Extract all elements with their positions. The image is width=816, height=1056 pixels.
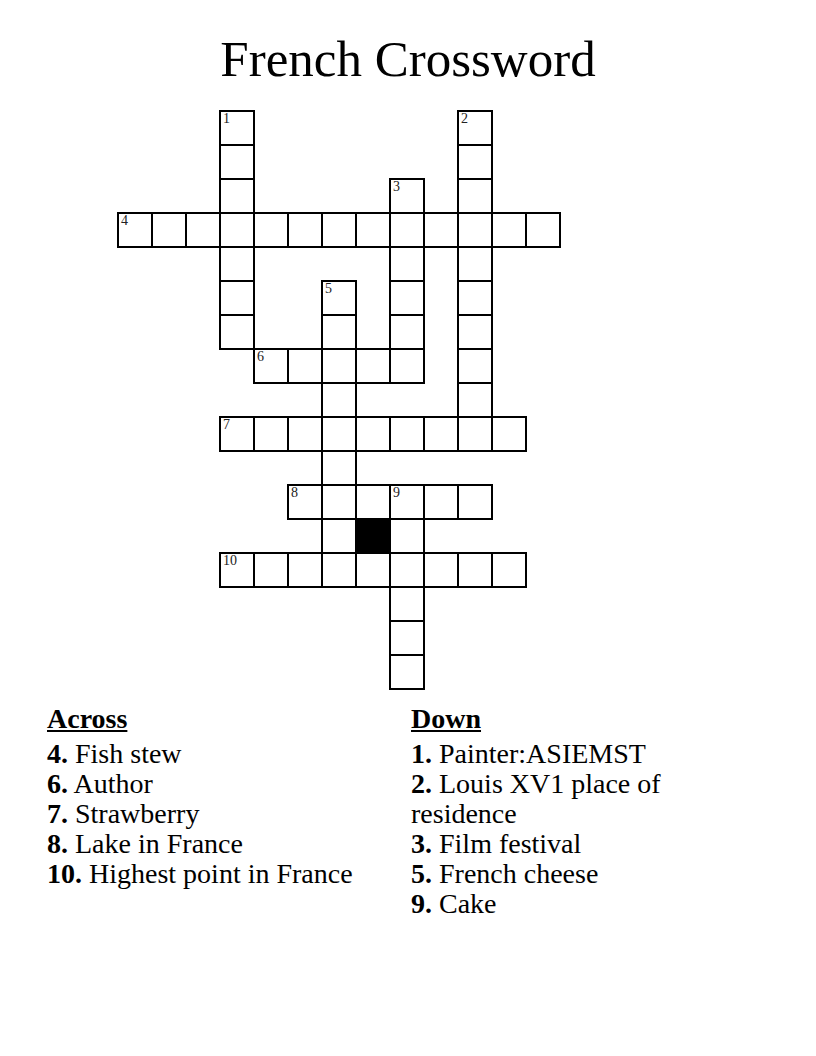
cell-r9c5[interactable] <box>287 416 323 452</box>
cell-r3c8[interactable] <box>389 212 425 248</box>
across-clue-6: 6. Author <box>47 769 399 799</box>
across-clues-section: Across 4. Fish stew6. Author7. Strawberr… <box>47 704 399 889</box>
across-clue-8: 8. Lake in France <box>47 829 399 859</box>
cell-r7c7[interactable] <box>355 348 391 384</box>
across-heading: Across <box>47 704 399 734</box>
cell-r2c3[interactable] <box>219 178 255 214</box>
cell-r9c6[interactable] <box>321 416 357 452</box>
clue-number-3: 3 <box>393 180 400 194</box>
cell-r10c6[interactable] <box>321 450 357 486</box>
cell-r0c10[interactable]: 2 <box>457 110 493 146</box>
clue-number-label: 6. <box>47 768 68 799</box>
black-cell-r12c7 <box>355 518 391 554</box>
cell-r6c6[interactable] <box>321 314 357 350</box>
clue-number-8: 8 <box>291 486 298 500</box>
cell-r16c8[interactable] <box>389 654 425 690</box>
across-clue-10: 10. Highest point in France <box>47 859 399 889</box>
across-clue-7: 7. Strawberry <box>47 799 399 829</box>
cell-r3c2[interactable] <box>185 212 221 248</box>
cell-r4c3[interactable] <box>219 246 255 282</box>
cell-r13c11[interactable] <box>491 552 527 588</box>
cell-r6c10[interactable] <box>457 314 493 350</box>
cell-r3c10[interactable] <box>457 212 493 248</box>
cell-r13c8[interactable] <box>389 552 425 588</box>
cell-r13c9[interactable] <box>423 552 459 588</box>
cell-r3c9[interactable] <box>423 212 459 248</box>
page: { "game": "crossword", "title": "French … <box>0 0 816 1056</box>
cell-r15c8[interactable] <box>389 620 425 656</box>
clue-number-label: 10. <box>47 858 82 889</box>
down-clue-list: 1. Painter:ASIEMST2. Louis XV1 place of … <box>411 739 683 919</box>
cell-r7c6[interactable] <box>321 348 357 384</box>
cell-r11c7[interactable] <box>355 484 391 520</box>
cell-r11c5[interactable]: 8 <box>287 484 323 520</box>
cell-r6c3[interactable] <box>219 314 255 350</box>
puzzle-title: French Crossword <box>0 34 816 85</box>
cell-r9c8[interactable] <box>389 416 425 452</box>
cell-r13c5[interactable] <box>287 552 323 588</box>
cell-r7c5[interactable] <box>287 348 323 384</box>
down-clue-2: 2. Louis XV1 place of residence <box>411 769 683 829</box>
cell-r9c9[interactable] <box>423 416 459 452</box>
cell-r3c6[interactable] <box>321 212 357 248</box>
cell-r13c7[interactable] <box>355 552 391 588</box>
clue-number-label: 1. <box>411 738 432 769</box>
clue-number-label: 5. <box>411 858 432 889</box>
cell-r8c10[interactable] <box>457 382 493 418</box>
clue-number-label: 2. <box>411 768 432 799</box>
down-clue-3: 3. Film festival <box>411 829 683 859</box>
cell-r5c8[interactable] <box>389 280 425 316</box>
cell-r5c10[interactable] <box>457 280 493 316</box>
cell-r13c3[interactable]: 10 <box>219 552 255 588</box>
clue-number-7: 7 <box>223 418 230 432</box>
cell-r1c3[interactable] <box>219 144 255 180</box>
cell-r9c10[interactable] <box>457 416 493 452</box>
clue-number-1: 1 <box>223 112 230 126</box>
cell-r12c6[interactable] <box>321 518 357 554</box>
cell-r14c8[interactable] <box>389 586 425 622</box>
clue-number-label: 7. <box>47 798 68 829</box>
cell-r4c10[interactable] <box>457 246 493 282</box>
cell-r3c12[interactable] <box>525 212 561 248</box>
down-heading: Down <box>411 704 683 734</box>
cell-r5c6[interactable]: 5 <box>321 280 357 316</box>
cell-r13c4[interactable] <box>253 552 289 588</box>
cell-r13c10[interactable] <box>457 552 493 588</box>
cell-r3c1[interactable] <box>151 212 187 248</box>
cell-r3c0[interactable]: 4 <box>117 212 153 248</box>
across-clue-list: 4. Fish stew6. Author7. Strawberry8. Lak… <box>47 739 399 889</box>
cell-r12c8[interactable] <box>389 518 425 554</box>
clue-number-label: 4. <box>47 738 68 769</box>
cell-r3c7[interactable] <box>355 212 391 248</box>
clue-number-6: 6 <box>257 350 264 364</box>
cell-r3c4[interactable] <box>253 212 289 248</box>
cell-r11c8[interactable]: 9 <box>389 484 425 520</box>
cell-r5c3[interactable] <box>219 280 255 316</box>
clue-number-10: 10 <box>223 554 237 568</box>
clue-number-label: 9. <box>411 888 432 919</box>
cell-r3c3[interactable] <box>219 212 255 248</box>
cell-r2c8[interactable]: 3 <box>389 178 425 214</box>
cell-r3c5[interactable] <box>287 212 323 248</box>
cell-r9c3[interactable]: 7 <box>219 416 255 452</box>
clue-number-9: 9 <box>393 486 400 500</box>
cell-r6c8[interactable] <box>389 314 425 350</box>
cell-r11c6[interactable] <box>321 484 357 520</box>
cell-r8c6[interactable] <box>321 382 357 418</box>
cell-r13c6[interactable] <box>321 552 357 588</box>
cell-r9c7[interactable] <box>355 416 391 452</box>
cell-r7c8[interactable] <box>389 348 425 384</box>
down-clue-5: 5. French cheese <box>411 859 683 889</box>
across-clue-4: 4. Fish stew <box>47 739 399 769</box>
cell-r9c4[interactable] <box>253 416 289 452</box>
cell-r3c11[interactable] <box>491 212 527 248</box>
cell-r7c4[interactable]: 6 <box>253 348 289 384</box>
cell-r11c9[interactable] <box>423 484 459 520</box>
clue-number-4: 4 <box>121 214 128 228</box>
clue-number-label: 8. <box>47 828 68 859</box>
cell-r0c3[interactable]: 1 <box>219 110 255 146</box>
cell-r1c10[interactable] <box>457 144 493 180</box>
clue-number-2: 2 <box>461 112 468 126</box>
cell-r11c10[interactable] <box>457 484 493 520</box>
clue-number-label: 3. <box>411 828 432 859</box>
down-clue-9: 9. Cake <box>411 889 683 919</box>
down-clues-section: Down 1. Painter:ASIEMST2. Louis XV1 plac… <box>411 704 683 919</box>
cell-r4c8[interactable] <box>389 246 425 282</box>
cell-r7c10[interactable] <box>457 348 493 384</box>
cell-r2c10[interactable] <box>457 178 493 214</box>
down-clue-1: 1. Painter:ASIEMST <box>411 739 683 769</box>
cell-r9c11[interactable] <box>491 416 527 452</box>
clue-number-5: 5 <box>325 282 332 296</box>
crossword-grid: 12345678910 <box>117 110 561 690</box>
